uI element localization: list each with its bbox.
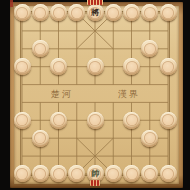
hidden-piece-r0c6[interactable] <box>123 4 140 21</box>
hidden-piece-r9c2[interactable] <box>50 165 67 182</box>
hidden-piece-r0c1[interactable] <box>32 4 49 21</box>
hidden-piece-r6c2[interactable] <box>50 112 67 129</box>
piece-layer: 將帥 <box>13 4 177 183</box>
black-general-glyph: 將 <box>87 4 104 21</box>
hidden-piece-r9c1[interactable] <box>32 165 49 182</box>
edge-red-sliver <box>10 0 13 7</box>
hidden-piece-r7c1[interactable] <box>32 130 49 147</box>
hidden-piece-r9c5[interactable] <box>105 165 122 182</box>
hidden-piece-r0c5[interactable] <box>105 4 122 21</box>
hidden-piece-r0c7[interactable] <box>141 4 158 21</box>
hidden-piece-r6c6[interactable] <box>123 112 140 129</box>
hidden-piece-r0c3[interactable] <box>68 4 85 21</box>
hidden-piece-r3c6[interactable] <box>123 58 140 75</box>
hidden-piece-r6c4[interactable] <box>87 112 104 129</box>
hidden-piece-r9c0[interactable] <box>14 165 31 182</box>
hidden-piece-r3c2[interactable] <box>50 58 67 75</box>
hidden-piece-r6c8[interactable] <box>160 112 177 129</box>
screenshot-root: { "game": "xiangqi", "variant": "jieqi (… <box>0 0 190 190</box>
game-screen: 楚河 漢界 將帥 <box>0 0 190 190</box>
hidden-piece-r2c7[interactable] <box>141 40 158 57</box>
hidden-piece-r7c7[interactable] <box>141 130 158 147</box>
hidden-piece-r2c1[interactable] <box>32 40 49 57</box>
hidden-piece-r9c8[interactable] <box>160 165 177 182</box>
hidden-piece-r9c6[interactable] <box>123 165 140 182</box>
hidden-piece-r0c0[interactable] <box>14 4 31 21</box>
hidden-piece-r9c7[interactable] <box>141 165 158 182</box>
black-general-piece[interactable]: 將 <box>87 4 104 21</box>
hidden-piece-r6c0[interactable] <box>14 112 31 129</box>
red-general-glyph: 帥 <box>87 165 104 182</box>
hidden-piece-r9c3[interactable] <box>68 165 85 182</box>
hidden-piece-r0c2[interactable] <box>50 4 67 21</box>
hidden-piece-r3c0[interactable] <box>14 58 31 75</box>
hidden-piece-r3c8[interactable] <box>160 58 177 75</box>
red-general-piece[interactable]: 帥 <box>87 165 104 182</box>
hidden-piece-r0c8[interactable] <box>160 4 177 21</box>
hidden-piece-r3c4[interactable] <box>87 58 104 75</box>
